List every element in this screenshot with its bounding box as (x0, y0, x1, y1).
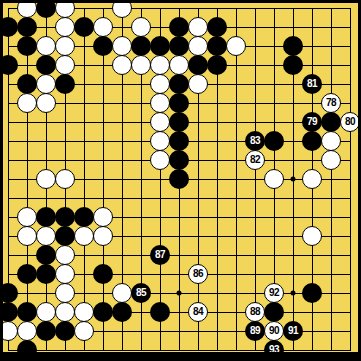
white-stone-c14-r9: 82 (245, 150, 265, 170)
white-stone-c10-r4 (169, 55, 189, 75)
black-stone-c17-r7: 79 (302, 112, 322, 132)
black-stone-c3-r12 (36, 207, 56, 227)
white-stone-c5-r17 (74, 302, 94, 322)
white-stone-c3-r13 (36, 226, 56, 246)
white-stone-c14-r17: 88 (245, 302, 265, 322)
white-stone-c19-r7: 80 (340, 112, 360, 132)
black-stone-c4-r13 (55, 226, 75, 246)
black-stone-c12-r4 (207, 55, 227, 75)
black-stone-c4-r5 (55, 74, 75, 94)
white-stone-c9-r8 (150, 131, 170, 151)
black-stone-c10-r5 (169, 74, 189, 94)
white-stone-c3-r10 (36, 169, 56, 189)
black-stone-c10-r2 (169, 17, 189, 37)
white-stone-c18-r6: 78 (321, 93, 341, 113)
white-stone-c3-r6 (36, 93, 56, 113)
white-stone-c3-r17 (36, 302, 56, 322)
move-number-label: 79 (307, 117, 317, 127)
black-stone-c2-r15 (17, 264, 37, 284)
move-number-label: 78 (326, 98, 336, 108)
white-stone-c4-r4 (55, 55, 75, 75)
black-stone-c17-r8 (302, 131, 322, 151)
white-stone-c4-r3 (55, 36, 75, 56)
move-number-label: 86 (193, 269, 203, 279)
black-stone-c14-r8: 83 (245, 131, 265, 151)
white-stone-c11-r15: 86 (188, 264, 208, 284)
white-stone-c9-r7 (150, 112, 170, 132)
white-stone-c11-r3 (188, 36, 208, 56)
white-stone-c6-r12 (93, 207, 113, 227)
white-stone-c9-r5 (150, 74, 170, 94)
white-stone-c4-r17 (55, 302, 75, 322)
move-number-label: 85 (136, 288, 146, 298)
white-stone-c17-r13 (302, 226, 322, 246)
black-stone-c10-r3 (169, 36, 189, 56)
move-number-label: 88 (250, 307, 260, 317)
white-stone-c4-r16 (55, 283, 75, 303)
white-stone-c8-r4 (131, 55, 151, 75)
white-stone-c2-r6 (17, 93, 37, 113)
black-stone-c2-r2 (17, 17, 37, 37)
white-stone-c9-r9 (150, 150, 170, 170)
white-stone-c7-r16 (112, 283, 132, 303)
black-stone-c17-r5: 81 (302, 74, 322, 94)
white-stone-c17-r10 (302, 169, 322, 189)
black-stone-c6-r17 (93, 302, 113, 322)
black-stone-c10-r6 (169, 93, 189, 113)
white-stone-c7-r4 (112, 55, 132, 75)
white-stone-c15-r18: 90 (264, 321, 284, 341)
black-stone-c9-r3 (150, 36, 170, 56)
board-frame-left (0, 0, 3, 361)
black-stone-c3-r4 (36, 55, 56, 75)
black-stone-c15-r8 (264, 131, 284, 151)
black-stone-c6-r15 (93, 264, 113, 284)
white-stone-c4-r15 (55, 264, 75, 284)
black-stone-c16-r4 (283, 55, 303, 75)
move-number-label: 82 (250, 155, 260, 165)
white-stone-c8-r2 (131, 17, 151, 37)
white-stone-c4-r2 (55, 17, 75, 37)
white-stone-c7-r3 (112, 36, 132, 56)
white-stone-c9-r6 (150, 93, 170, 113)
move-number-label: 87 (155, 250, 165, 260)
white-stone-c11-r5 (188, 74, 208, 94)
black-stone-c8-r16: 85 (131, 283, 151, 303)
black-stone-c2-r5 (17, 74, 37, 94)
white-stone-c18-r9 (321, 150, 341, 170)
black-stone-c12-r2 (207, 17, 227, 37)
board-frame-bottom (0, 352, 361, 361)
white-stone-c3-r5 (36, 74, 56, 94)
white-stone-c9-r4 (150, 55, 170, 75)
white-stone-c5-r18 (74, 321, 94, 341)
white-stone-c5-r13 (74, 226, 94, 246)
black-stone-c10-r9 (169, 150, 189, 170)
black-stone-c12-r3 (207, 36, 227, 56)
move-number-label: 89 (250, 326, 260, 336)
black-stone-c10-r7 (169, 112, 189, 132)
white-stone-c4-r14 (55, 245, 75, 265)
black-stone-c14-r18: 89 (245, 321, 265, 341)
black-stone-c3-r18 (36, 321, 56, 341)
move-number-label: 84 (193, 307, 203, 317)
black-stone-c4-r12 (55, 207, 75, 227)
black-stone-c4-r18 (55, 321, 75, 341)
white-stone-c11-r2 (188, 17, 208, 37)
move-number-label: 92 (269, 288, 279, 298)
black-stone-c17-r16 (302, 283, 322, 303)
black-stone-c18-r7 (321, 112, 341, 132)
move-number-label: 80 (345, 117, 355, 127)
black-stone-c10-r10 (169, 169, 189, 189)
white-stone-c4-r10 (55, 169, 75, 189)
move-number-label: 91 (288, 326, 298, 336)
black-stone-c11-r4 (188, 55, 208, 75)
move-number-label: 90 (269, 326, 279, 336)
black-stone-c16-r3 (283, 36, 303, 56)
black-stone-c10-r8 (169, 131, 189, 151)
black-stone-c8-r3 (131, 36, 151, 56)
white-stone-c11-r17: 84 (188, 302, 208, 322)
black-stone-c7-r17 (112, 302, 132, 322)
black-stone-c16-r18: 91 (283, 321, 303, 341)
move-number-label: 81 (307, 79, 317, 89)
white-stone-c2-r12 (17, 207, 37, 227)
white-stone-c13-r3 (226, 36, 246, 56)
black-stone-c3-r15 (36, 264, 56, 284)
black-stone-c5-r2 (74, 17, 94, 37)
white-stone-c15-r16: 92 (264, 283, 284, 303)
white-stone-c18-r8 (321, 131, 341, 151)
white-stone-c3-r3 (36, 36, 56, 56)
black-stone-c2-r3 (17, 36, 37, 56)
stones-layer: 81787980838287868592848889909193 (0, 0, 360, 360)
black-stone-c3-r14 (36, 245, 56, 265)
board-frame-top (0, 0, 361, 3)
black-stone-c9-r17 (150, 302, 170, 322)
black-stone-c9-r14: 87 (150, 245, 170, 265)
white-stone-c2-r13 (17, 226, 37, 246)
white-stone-c15-r10 (264, 169, 284, 189)
go-board[interactable]: 81787980838287868592848889909193 (0, 0, 361, 361)
black-stone-c6-r3 (93, 36, 113, 56)
black-stone-c15-r17 (264, 302, 284, 322)
white-stone-c6-r13 (93, 226, 113, 246)
white-stone-c6-r2 (93, 17, 113, 37)
white-stone-c2-r18 (17, 321, 37, 341)
move-number-label: 83 (250, 136, 260, 146)
black-stone-c2-r17 (17, 302, 37, 322)
black-stone-c5-r12 (74, 207, 94, 227)
